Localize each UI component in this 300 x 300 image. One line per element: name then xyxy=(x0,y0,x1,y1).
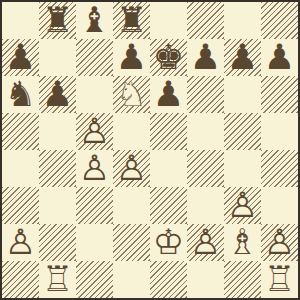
square-g1[interactable] xyxy=(224,261,261,298)
piece-black-king-icon[interactable]: ♚ xyxy=(150,39,187,76)
piece-solid-glyph: ♜ xyxy=(113,2,150,39)
square-f5[interactable] xyxy=(187,113,224,150)
square-g6[interactable] xyxy=(224,76,261,113)
piece-solid-glyph: ♝ xyxy=(76,2,113,39)
piece-solid-glyph: ♟ xyxy=(261,39,298,76)
square-f8[interactable] xyxy=(187,2,224,39)
square-e3[interactable] xyxy=(150,187,187,224)
square-c1[interactable] xyxy=(76,261,113,298)
square-c7[interactable] xyxy=(76,39,113,76)
square-a5[interactable] xyxy=(2,113,39,150)
piece-outline-glyph: ♙ xyxy=(261,224,298,261)
square-d3[interactable] xyxy=(113,187,150,224)
square-e2[interactable]: ♚♔ xyxy=(150,224,187,261)
piece-solid-glyph: ♟ xyxy=(187,39,224,76)
piece-black-rook-icon[interactable]: ♜ xyxy=(113,2,150,39)
piece-outline-glyph: ♗ xyxy=(224,224,261,261)
square-a3[interactable] xyxy=(2,187,39,224)
piece-white-pawn-icon[interactable]: ♟♙ xyxy=(224,187,261,224)
piece-black-rook-icon[interactable]: ♜ xyxy=(39,2,76,39)
piece-solid-glyph: ♟ xyxy=(39,76,76,113)
piece-outline-glyph: ♘ xyxy=(113,76,150,113)
square-c3[interactable] xyxy=(76,187,113,224)
square-b8[interactable]: ♜ xyxy=(39,2,76,39)
square-h5[interactable] xyxy=(261,113,298,150)
square-c2[interactable] xyxy=(76,224,113,261)
chess-board: ♜♝♜♟♟♚♟♟♟♞♟♞♘♟♟♙♟♙♟♙♟♙♟♙♚♔♟♙♝♗♟♙♜♖♜♖ xyxy=(2,2,298,298)
square-g3[interactable]: ♟♙ xyxy=(224,187,261,224)
piece-outline-glyph: ♙ xyxy=(2,224,39,261)
square-g2[interactable]: ♝♗ xyxy=(224,224,261,261)
square-c5[interactable]: ♟♙ xyxy=(76,113,113,150)
piece-white-pawn-icon[interactable]: ♟♙ xyxy=(76,113,113,150)
square-e7[interactable]: ♚ xyxy=(150,39,187,76)
piece-solid-glyph: ♞ xyxy=(2,76,39,113)
piece-black-pawn-icon[interactable]: ♟ xyxy=(261,39,298,76)
piece-white-pawn-icon[interactable]: ♟♙ xyxy=(187,224,224,261)
piece-white-king-icon[interactable]: ♚♔ xyxy=(150,224,187,261)
square-h3[interactable] xyxy=(261,187,298,224)
square-a7[interactable]: ♟ xyxy=(2,39,39,76)
square-f3[interactable] xyxy=(187,187,224,224)
piece-black-pawn-icon[interactable]: ♟ xyxy=(224,39,261,76)
piece-outline-glyph: ♙ xyxy=(76,150,113,187)
piece-outline-glyph: ♙ xyxy=(224,187,261,224)
piece-white-rook-icon[interactable]: ♜♖ xyxy=(261,261,298,298)
square-h6[interactable] xyxy=(261,76,298,113)
piece-white-rook-icon[interactable]: ♜♖ xyxy=(39,261,76,298)
square-h4[interactable] xyxy=(261,150,298,187)
square-h1[interactable]: ♜♖ xyxy=(261,261,298,298)
square-h7[interactable]: ♟ xyxy=(261,39,298,76)
piece-outline-glyph: ♔ xyxy=(150,224,187,261)
square-f6[interactable] xyxy=(187,76,224,113)
square-a8[interactable] xyxy=(2,2,39,39)
square-a4[interactable] xyxy=(2,150,39,187)
piece-white-pawn-icon[interactable]: ♟♙ xyxy=(2,224,39,261)
square-b1[interactable]: ♜♖ xyxy=(39,261,76,298)
square-b5[interactable] xyxy=(39,113,76,150)
square-a6[interactable]: ♞ xyxy=(2,76,39,113)
piece-outline-glyph: ♖ xyxy=(261,261,298,298)
piece-outline-glyph: ♙ xyxy=(113,150,150,187)
square-c6[interactable] xyxy=(76,76,113,113)
square-d7[interactable]: ♟ xyxy=(113,39,150,76)
piece-solid-glyph: ♚ xyxy=(150,39,187,76)
piece-black-pawn-icon[interactable]: ♟ xyxy=(113,39,150,76)
square-b6[interactable]: ♟ xyxy=(39,76,76,113)
square-c8[interactable]: ♝ xyxy=(76,2,113,39)
square-f2[interactable]: ♟♙ xyxy=(187,224,224,261)
square-d6[interactable]: ♞♘ xyxy=(113,76,150,113)
square-b3[interactable] xyxy=(39,187,76,224)
piece-white-knight-icon[interactable]: ♞♘ xyxy=(113,76,150,113)
piece-black-pawn-icon[interactable]: ♟ xyxy=(39,76,76,113)
square-d1[interactable] xyxy=(113,261,150,298)
piece-black-bishop-icon[interactable]: ♝ xyxy=(76,2,113,39)
square-e8[interactable] xyxy=(150,2,187,39)
square-f4[interactable] xyxy=(187,150,224,187)
piece-white-pawn-icon[interactable]: ♟♙ xyxy=(261,224,298,261)
square-d8[interactable]: ♜ xyxy=(113,2,150,39)
piece-black-knight-icon[interactable]: ♞ xyxy=(2,76,39,113)
square-e4[interactable] xyxy=(150,150,187,187)
piece-solid-glyph: ♟ xyxy=(150,76,187,113)
square-d2[interactable] xyxy=(113,224,150,261)
piece-black-pawn-icon[interactable]: ♟ xyxy=(187,39,224,76)
piece-solid-glyph: ♟ xyxy=(224,39,261,76)
square-h8[interactable] xyxy=(261,2,298,39)
square-b2[interactable] xyxy=(39,224,76,261)
piece-black-pawn-icon[interactable]: ♟ xyxy=(2,39,39,76)
square-g5[interactable] xyxy=(224,113,261,150)
piece-solid-glyph: ♟ xyxy=(113,39,150,76)
piece-outline-glyph: ♙ xyxy=(187,224,224,261)
piece-black-pawn-icon[interactable]: ♟ xyxy=(150,76,187,113)
square-b7[interactable] xyxy=(39,39,76,76)
piece-outline-glyph: ♙ xyxy=(76,113,113,150)
piece-white-pawn-icon[interactable]: ♟♙ xyxy=(113,150,150,187)
square-f1[interactable] xyxy=(187,261,224,298)
square-d4[interactable]: ♟♙ xyxy=(113,150,150,187)
piece-solid-glyph: ♜ xyxy=(39,2,76,39)
square-d5[interactable] xyxy=(113,113,150,150)
square-e1[interactable] xyxy=(150,261,187,298)
piece-outline-glyph: ♖ xyxy=(39,261,76,298)
piece-solid-glyph: ♟ xyxy=(2,39,39,76)
board-frame: ♜♝♜♟♟♚♟♟♟♞♟♞♘♟♟♙♟♙♟♙♟♙♟♙♚♔♟♙♝♗♟♙♜♖♜♖ xyxy=(0,0,300,300)
square-g8[interactable] xyxy=(224,2,261,39)
piece-white-bishop-icon[interactable]: ♝♗ xyxy=(224,224,261,261)
piece-white-pawn-icon[interactable]: ♟♙ xyxy=(76,150,113,187)
square-g4[interactable] xyxy=(224,150,261,187)
square-g7[interactable]: ♟ xyxy=(224,39,261,76)
square-e6[interactable]: ♟ xyxy=(150,76,187,113)
square-c4[interactable]: ♟♙ xyxy=(76,150,113,187)
square-b4[interactable] xyxy=(39,150,76,187)
square-a1[interactable] xyxy=(2,261,39,298)
square-h2[interactable]: ♟♙ xyxy=(261,224,298,261)
square-f7[interactable]: ♟ xyxy=(187,39,224,76)
square-a2[interactable]: ♟♙ xyxy=(2,224,39,261)
square-e5[interactable] xyxy=(150,113,187,150)
